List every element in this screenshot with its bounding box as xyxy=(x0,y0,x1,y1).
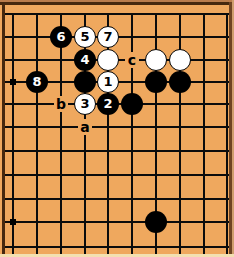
stone-white-Q17 xyxy=(145,49,167,71)
grid-line-vertical-8 xyxy=(203,13,205,254)
stone-black-Q10 xyxy=(145,211,167,233)
stone-black-M18: 6 xyxy=(50,26,72,48)
go-board-diagram: 65748132abc xyxy=(0,0,234,257)
stone-black-Q16 xyxy=(145,71,167,93)
stone-black-O15: 2 xyxy=(97,93,119,115)
hoshi-marker-K10 xyxy=(10,219,16,225)
stone-white-O18: 7 xyxy=(97,26,119,48)
grid-line-vertical-0 xyxy=(12,13,14,254)
grid-line-vertical-1 xyxy=(36,13,38,254)
point-label-b: b xyxy=(54,96,68,112)
point-label-a: a xyxy=(78,119,92,135)
stone-white-N18: 5 xyxy=(74,26,96,48)
grid-line-vertical-5 xyxy=(131,13,133,254)
stone-black-N17: 4 xyxy=(74,49,96,71)
stone-black-N16 xyxy=(74,71,96,93)
grid-line-vertical-9 xyxy=(226,13,228,254)
grid-line-vertical-2 xyxy=(60,13,62,254)
stone-white-O17 xyxy=(97,49,119,71)
stone-white-N15: 3 xyxy=(74,93,96,115)
point-label-c: c xyxy=(125,52,139,68)
stone-white-O16: 1 xyxy=(97,71,119,93)
stone-black-P15 xyxy=(121,93,143,115)
frame-top-dark xyxy=(0,2,234,5)
stone-black-R16 xyxy=(169,71,191,93)
hoshi-marker-K16 xyxy=(10,79,16,85)
stone-white-R17 xyxy=(169,49,191,71)
stone-black-L16: 8 xyxy=(26,71,48,93)
frame-left-dark xyxy=(2,5,5,254)
frame-right-light xyxy=(232,0,234,257)
